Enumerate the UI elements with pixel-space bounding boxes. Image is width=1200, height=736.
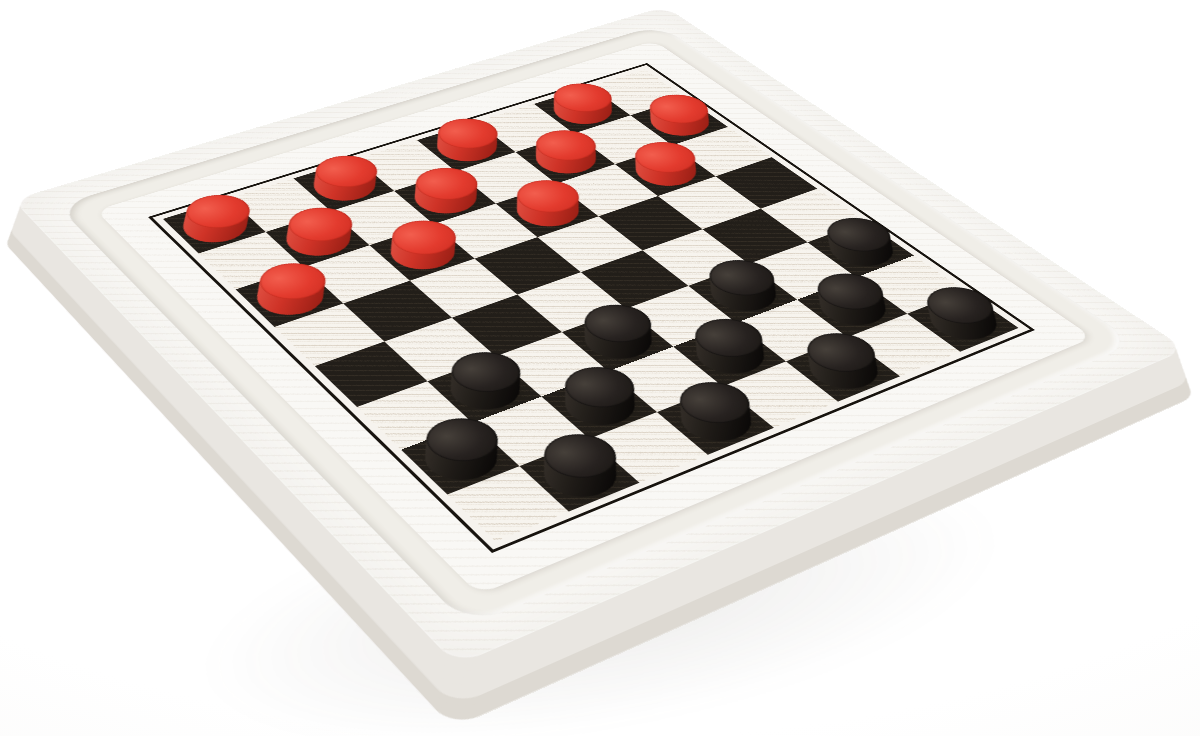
red-piece-c3[interactable] [378,229,466,276]
black-piece-f6[interactable] [697,268,788,318]
black-piece-d6[interactable] [571,314,664,366]
red-piece-g3[interactable] [623,149,707,192]
red-piece-e3[interactable] [504,188,590,233]
red-piece-b2[interactable] [274,216,361,263]
black-piece-g7[interactable] [806,282,898,332]
black-piece-c7[interactable] [551,376,648,433]
red-piece-d2[interactable] [402,175,487,219]
red-piece-f2[interactable] [524,137,607,179]
black-piece-e7[interactable] [682,328,776,381]
red-piece-g1[interactable] [542,90,623,129]
red-piece-e1[interactable] [425,126,507,167]
red-piece-c1[interactable] [302,163,386,207]
black-piece-b6[interactable] [437,361,533,417]
photo-stage [0,0,1200,736]
